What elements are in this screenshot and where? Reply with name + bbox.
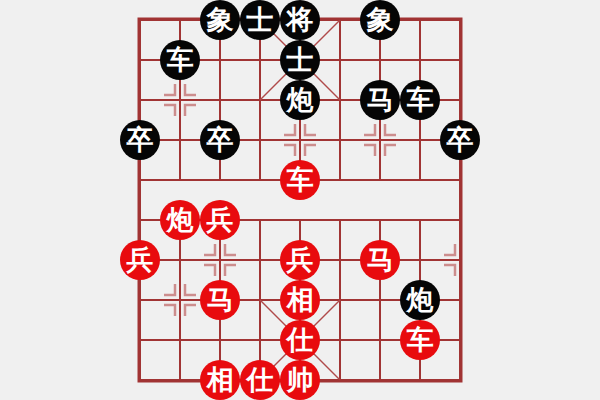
piece-red-advisor[interactable]: 仕 [280, 320, 320, 360]
piece-black-chariot[interactable]: 车 [400, 80, 440, 120]
piece-black-general[interactable]: 将 [280, 0, 320, 40]
piece-red-cannon[interactable]: 炮 [160, 200, 200, 240]
piece-black-cannon[interactable]: 炮 [280, 80, 320, 120]
piece-black-horse[interactable]: 马 [360, 80, 400, 120]
xiangqi-board-screen: 象士将象车士炮马车卒卒卒车炮兵兵兵马马相炮仕车相仕帅 [0, 0, 600, 400]
piece-red-horse[interactable]: 马 [360, 240, 400, 280]
piece-red-chariot[interactable]: 车 [400, 320, 440, 360]
piece-black-soldier[interactable]: 卒 [120, 120, 160, 160]
piece-black-chariot[interactable]: 车 [160, 40, 200, 80]
piece-red-advisor[interactable]: 仕 [240, 360, 280, 400]
piece-red-elephant[interactable]: 相 [280, 280, 320, 320]
piece-red-horse[interactable]: 马 [200, 280, 240, 320]
board[interactable]: 象士将象车士炮马车卒卒卒车炮兵兵兵马马相炮仕车相仕帅 [120, 0, 480, 400]
piece-black-advisor[interactable]: 士 [280, 40, 320, 80]
piece-red-general[interactable]: 帅 [280, 360, 320, 400]
piece-black-soldier[interactable]: 卒 [200, 120, 240, 160]
piece-black-advisor[interactable]: 士 [240, 0, 280, 40]
piece-black-soldier[interactable]: 卒 [440, 120, 480, 160]
piece-red-elephant[interactable]: 相 [200, 360, 240, 400]
piece-red-soldier[interactable]: 兵 [120, 240, 160, 280]
piece-red-soldier[interactable]: 兵 [280, 240, 320, 280]
piece-black-elephant[interactable]: 象 [200, 0, 240, 40]
piece-red-chariot[interactable]: 车 [280, 160, 320, 200]
piece-black-cannon[interactable]: 炮 [400, 280, 440, 320]
piece-black-elephant[interactable]: 象 [360, 0, 400, 40]
piece-red-soldier[interactable]: 兵 [200, 200, 240, 240]
